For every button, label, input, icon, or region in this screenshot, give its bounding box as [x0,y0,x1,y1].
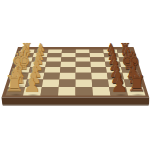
white-pawn: ♟ [23,76,40,95]
chess-set-photo: ♜♟♞♟♝♟♛♟♚♟♝♟♞♟♜♟♜♟♞♟♝♟♛♟♚♟♝♟♞♟♜♟ [0,0,150,150]
white-rook: ♜ [4,73,24,95]
black-pawn: ♟ [111,76,128,95]
black-rook: ♜ [127,73,147,95]
